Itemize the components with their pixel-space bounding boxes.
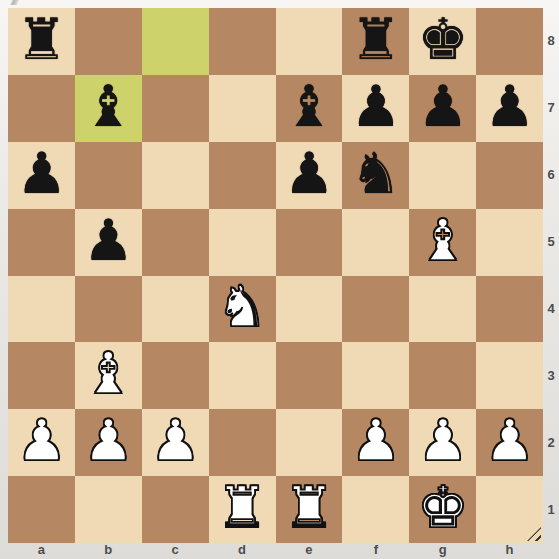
rank-label-1: 1 — [543, 476, 559, 543]
square-g1[interactable]: ♚ — [409, 476, 476, 543]
square-c7[interactable] — [142, 75, 209, 142]
black-bishop-e7[interactable]: ♝ — [283, 78, 334, 135]
square-g6[interactable] — [409, 142, 476, 209]
white-rook-d1[interactable]: ♜ — [217, 479, 268, 536]
file-label-b: b — [75, 543, 142, 559]
square-d1[interactable]: ♜ — [209, 476, 276, 543]
square-f7[interactable]: ♟ — [342, 75, 409, 142]
square-c6[interactable] — [142, 142, 209, 209]
square-e7[interactable]: ♝ — [276, 75, 343, 142]
square-d5[interactable] — [209, 209, 276, 276]
square-e4[interactable] — [276, 276, 343, 343]
black-bishop-b7[interactable]: ♝ — [83, 78, 134, 135]
white-bishop-g5[interactable]: ♝ — [417, 212, 468, 269]
square-b2[interactable]: ♟ — [75, 409, 142, 476]
black-rook-f8[interactable]: ♜ — [350, 11, 401, 68]
square-b1[interactable] — [75, 476, 142, 543]
square-h6[interactable] — [476, 142, 543, 209]
white-pawn-c2[interactable]: ♟ — [150, 412, 201, 469]
chess-board[interactable]: ♜♜♚♝♝♟♟♟♟♟♞♟♝♞♝♟♟♟♟♟♟♜♜♚ — [8, 8, 543, 543]
square-g7[interactable]: ♟ — [409, 75, 476, 142]
square-a3[interactable] — [8, 342, 75, 409]
file-label-c: c — [142, 543, 209, 559]
square-d4[interactable]: ♞ — [209, 276, 276, 343]
black-pawn-a6[interactable]: ♟ — [16, 145, 67, 202]
file-coordinates: abcdefgh — [8, 543, 543, 559]
rank-label-3: 3 — [543, 342, 559, 409]
square-g2[interactable]: ♟ — [409, 409, 476, 476]
square-f4[interactable] — [342, 276, 409, 343]
square-g4[interactable] — [409, 276, 476, 343]
white-knight-d4[interactable]: ♞ — [217, 278, 268, 335]
black-pawn-g7[interactable]: ♟ — [417, 78, 468, 135]
square-d8[interactable] — [209, 8, 276, 75]
white-pawn-a2[interactable]: ♟ — [16, 412, 67, 469]
square-b8[interactable] — [75, 8, 142, 75]
white-bishop-b3[interactable]: ♝ — [83, 345, 134, 402]
square-a4[interactable] — [8, 276, 75, 343]
file-label-d: d — [209, 543, 276, 559]
square-e2[interactable] — [276, 409, 343, 476]
rank-label-4: 4 — [543, 276, 559, 343]
board-resize-handle-icon[interactable] — [527, 527, 541, 541]
square-b3[interactable]: ♝ — [75, 342, 142, 409]
square-c2[interactable]: ♟ — [142, 409, 209, 476]
rank-label-2: 2 — [543, 409, 559, 476]
square-c8[interactable] — [142, 8, 209, 75]
square-a5[interactable] — [8, 209, 75, 276]
square-f5[interactable] — [342, 209, 409, 276]
white-rook-e1[interactable]: ♜ — [283, 479, 334, 536]
white-pawn-g2[interactable]: ♟ — [417, 412, 468, 469]
square-e6[interactable]: ♟ — [276, 142, 343, 209]
square-a6[interactable]: ♟ — [8, 142, 75, 209]
rank-label-6: 6 — [543, 142, 559, 209]
black-knight-f6[interactable]: ♞ — [350, 145, 401, 202]
black-pawn-b5[interactable]: ♟ — [83, 212, 134, 269]
file-label-e: e — [276, 543, 343, 559]
square-f8[interactable]: ♜ — [342, 8, 409, 75]
square-h4[interactable] — [476, 276, 543, 343]
white-pawn-f2[interactable]: ♟ — [350, 412, 401, 469]
black-pawn-e6[interactable]: ♟ — [283, 145, 334, 202]
square-f1[interactable] — [342, 476, 409, 543]
square-g5[interactable]: ♝ — [409, 209, 476, 276]
square-e3[interactable] — [276, 342, 343, 409]
square-d3[interactable] — [209, 342, 276, 409]
square-a2[interactable]: ♟ — [8, 409, 75, 476]
ui-artifact-smudge — [6, 0, 22, 5]
square-h2[interactable]: ♟ — [476, 409, 543, 476]
square-h3[interactable] — [476, 342, 543, 409]
square-c4[interactable] — [142, 276, 209, 343]
file-label-g: g — [409, 543, 476, 559]
square-b5[interactable]: ♟ — [75, 209, 142, 276]
file-label-h: h — [476, 543, 543, 559]
square-e5[interactable] — [276, 209, 343, 276]
black-pawn-f7[interactable]: ♟ — [350, 78, 401, 135]
square-f3[interactable] — [342, 342, 409, 409]
black-king-g8[interactable]: ♚ — [417, 11, 468, 68]
white-pawn-h2[interactable]: ♟ — [484, 412, 535, 469]
white-king-g1[interactable]: ♚ — [417, 479, 468, 536]
square-b7[interactable]: ♝ — [75, 75, 142, 142]
square-c1[interactable] — [142, 476, 209, 543]
square-f6[interactable]: ♞ — [342, 142, 409, 209]
square-a1[interactable] — [8, 476, 75, 543]
square-d2[interactable] — [209, 409, 276, 476]
square-h7[interactable]: ♟ — [476, 75, 543, 142]
rank-label-5: 5 — [543, 209, 559, 276]
square-h8[interactable] — [476, 8, 543, 75]
rank-label-7: 7 — [543, 75, 559, 142]
square-b6[interactable] — [75, 142, 142, 209]
square-c3[interactable] — [142, 342, 209, 409]
square-a8[interactable]: ♜ — [8, 8, 75, 75]
rank-coordinates: 87654321 — [543, 8, 559, 543]
square-h1[interactable] — [476, 476, 543, 543]
square-d6[interactable] — [209, 142, 276, 209]
square-e8[interactable] — [276, 8, 343, 75]
square-e1[interactable]: ♜ — [276, 476, 343, 543]
square-a7[interactable] — [8, 75, 75, 142]
file-label-a: a — [8, 543, 75, 559]
square-g3[interactable] — [409, 342, 476, 409]
file-label-f: f — [342, 543, 409, 559]
chess-app: ♜♜♚♝♝♟♟♟♟♟♞♟♝♞♝♟♟♟♟♟♟♜♜♚ 87654321 abcdef… — [0, 0, 559, 559]
black-rook-a8[interactable]: ♜ — [16, 11, 67, 68]
square-g8[interactable]: ♚ — [409, 8, 476, 75]
square-b4[interactable] — [75, 276, 142, 343]
square-d7[interactable] — [209, 75, 276, 142]
white-pawn-b2[interactable]: ♟ — [83, 412, 134, 469]
square-c5[interactable] — [142, 209, 209, 276]
square-f2[interactable]: ♟ — [342, 409, 409, 476]
black-pawn-h7[interactable]: ♟ — [484, 78, 535, 135]
square-h5[interactable] — [476, 209, 543, 276]
rank-label-8: 8 — [543, 8, 559, 75]
